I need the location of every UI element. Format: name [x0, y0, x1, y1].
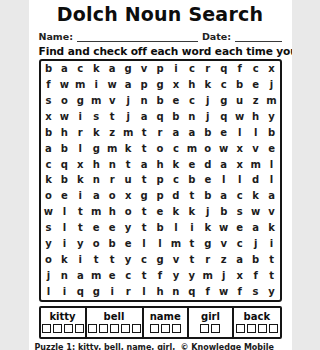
grid-cell-r13c5[interactable]: t — [104, 252, 120, 268]
grid-cell-r15c12[interactable]: w — [216, 284, 232, 300]
grid-cell-r5c10[interactable]: a — [184, 125, 200, 141]
grid-cell-r2c13[interactable]: b — [232, 77, 248, 93]
grid-cell-r14c10[interactable]: y — [184, 268, 200, 284]
checkbox-kitty-3[interactable] — [64, 324, 73, 333]
grid-cell-r12c12[interactable]: v — [216, 236, 232, 252]
word-label-kitty: kitty — [49, 312, 75, 322]
grid-cell-r14c2[interactable]: n — [56, 268, 72, 284]
checkbox-bell-4[interactable] — [121, 324, 130, 333]
grid-cell-r10c8[interactable]: e — [152, 204, 168, 220]
grid-cell-r12c4[interactable]: o — [88, 236, 104, 252]
grid-cell-r14c14[interactable]: f — [248, 268, 264, 284]
grid-cell-r14c7[interactable]: t — [136, 268, 152, 284]
grid-cell-r5c9[interactable]: a — [168, 125, 184, 141]
grid-cell-r1c7[interactable]: v — [136, 61, 152, 77]
grid-cell-r15c14[interactable]: s — [248, 284, 264, 300]
grid-cell-r9c11[interactable]: b — [200, 188, 216, 204]
grid-cell-r3c6[interactable]: j — [120, 93, 136, 109]
grid-cell-r6c14[interactable]: v — [248, 141, 264, 157]
grid-cell-r13c8[interactable]: g — [152, 252, 168, 268]
grid-cell-r2c4[interactable]: i — [88, 77, 104, 93]
grid-cell-r10c12[interactable]: b — [216, 204, 232, 220]
grid-cell-r9c6[interactable]: x — [120, 188, 136, 204]
grid-cell-r12c14[interactable]: j — [248, 236, 264, 252]
checkbox-girl-1[interactable] — [200, 324, 209, 333]
checkbox-bell-2[interactable] — [99, 324, 108, 333]
grid-cell-r9c12[interactable]: a — [216, 188, 232, 204]
grid-cell-r5c1[interactable]: b — [41, 125, 57, 141]
grid-cell-r12c2[interactable]: i — [56, 236, 72, 252]
grid-cell-r7c7[interactable]: a — [136, 157, 152, 173]
grid-cell-r9c1[interactable]: o — [41, 188, 57, 204]
grid-cell-r3c15[interactable]: m — [264, 93, 280, 109]
grid-cell-r13c4[interactable]: t — [88, 252, 104, 268]
grid-cell-r5c11[interactable]: b — [200, 125, 216, 141]
grid-cell-r2c3[interactable]: m — [72, 77, 88, 93]
grid-cell-r8c6[interactable]: u — [120, 173, 136, 189]
word-label-bell: bell — [104, 312, 125, 322]
grid-cell-r10c13[interactable]: s — [232, 204, 248, 220]
grid-cell-r7c2[interactable]: q — [56, 157, 72, 173]
grid-cell-r12c8[interactable]: l — [152, 236, 168, 252]
grid-cell-r11c13[interactable]: e — [232, 220, 248, 236]
grid-cell-r1c14[interactable]: c — [248, 61, 264, 77]
grid-cell-r5c2[interactable]: h — [56, 125, 72, 141]
grid-cell-r10c1[interactable]: w — [41, 204, 57, 220]
grid-cell-r5c4[interactable]: k — [88, 125, 104, 141]
grid-cell-r2c6[interactable]: a — [120, 77, 136, 93]
grid-cell-r5c7[interactable]: t — [136, 125, 152, 141]
grid-cell-r14c3[interactable]: a — [72, 268, 88, 284]
word-label-name: name — [150, 312, 181, 322]
grid-cell-r5c14[interactable]: l — [248, 125, 264, 141]
grid-cell-r6c3[interactable]: l — [72, 141, 88, 157]
grid-cell-r14c15[interactable]: t — [264, 268, 280, 284]
checkbox-girl-2[interactable] — [211, 324, 220, 333]
name-field[interactable] — [77, 32, 198, 42]
grid-cell-r15c3[interactable]: q — [72, 284, 88, 300]
grid-cell-r4c5[interactable]: t — [104, 109, 120, 125]
grid-cell-r5c3[interactable]: r — [72, 125, 88, 141]
grid-cell-r9c3[interactable]: i — [72, 188, 88, 204]
grid-cell-r2c9[interactable]: x — [168, 77, 184, 93]
grid-cell-r11c11[interactable]: k — [200, 220, 216, 236]
word-item-back: back — [234, 308, 279, 337]
grid-cell-r7c3[interactable]: x — [72, 157, 88, 173]
checkbox-name-2[interactable] — [161, 324, 170, 333]
grid-cell-r1c1[interactable]: b — [41, 61, 57, 77]
name-label: Name: — [39, 31, 74, 42]
grid-cell-r6c15[interactable]: e — [264, 141, 280, 157]
grid-cell-r8c13[interactable]: l — [232, 173, 248, 189]
grid-cell-r14c5[interactable]: e — [104, 268, 120, 284]
grid-cell-r15c11[interactable]: f — [200, 284, 216, 300]
grid-cell-r13c9[interactable]: v — [168, 252, 184, 268]
grid-cell-r4c12[interactable]: q — [216, 109, 232, 125]
checkbox-bell-5[interactable] — [132, 324, 141, 333]
grid-cell-r15c1[interactable]: l — [41, 284, 57, 300]
checkbox-name-1[interactable] — [150, 324, 159, 333]
letter-grid: backagvpicrqfcxfwmiwapgxhkcbejsogmvjnbec… — [41, 61, 280, 300]
grid-cell-r9c15[interactable]: a — [264, 188, 280, 204]
grid-cell-r5c15[interactable]: b — [264, 125, 280, 141]
grid-cell-r8c1[interactable]: k — [41, 173, 57, 189]
grid-cell-r3c12[interactable]: g — [216, 93, 232, 109]
grid-cell-r11c8[interactable]: b — [152, 220, 168, 236]
grid-cell-r8c14[interactable]: d — [248, 173, 264, 189]
grid-cell-r2c12[interactable]: c — [216, 77, 232, 93]
grid-cell-r9c14[interactable]: k — [248, 188, 264, 204]
checkbox-kitty-2[interactable] — [53, 324, 62, 333]
grid-cell-r8c7[interactable]: t — [136, 173, 152, 189]
grid-cell-r6c10[interactable]: m — [184, 141, 200, 157]
worksheet-page: Dolch Noun Search Name: Date: Find and c… — [29, 0, 292, 350]
grid-cell-r10c4[interactable]: m — [88, 204, 104, 220]
grid-cell-r7c15[interactable]: l — [264, 157, 280, 173]
grid-cell-r11c3[interactable]: t — [72, 220, 88, 236]
grid-cell-r1c3[interactable]: c — [72, 61, 88, 77]
checkbox-back-2[interactable] — [247, 324, 256, 333]
grid-cell-r3c8[interactable]: b — [152, 93, 168, 109]
grid-cell-r6c5[interactable]: m — [104, 141, 120, 157]
grid-cell-r12c9[interactable]: m — [168, 236, 184, 252]
grid-cell-r12c3[interactable]: y — [72, 236, 88, 252]
grid-cell-r10c9[interactable]: k — [168, 204, 184, 220]
grid-cell-r2c11[interactable]: k — [200, 77, 216, 93]
grid-cell-r4c4[interactable]: s — [88, 109, 104, 125]
grid-cell-r10c6[interactable]: o — [120, 204, 136, 220]
grid-cell-r11c1[interactable]: s — [41, 220, 57, 236]
word-item-bell: bell — [87, 308, 144, 337]
grid-cell-r1c2[interactable]: a — [56, 61, 72, 77]
grid-cell-r14c8[interactable]: f — [152, 268, 168, 284]
grid-cell-r11c7[interactable]: t — [136, 220, 152, 236]
grid-cell-r8c3[interactable]: k — [72, 173, 88, 189]
grid-cell-r13c10[interactable]: t — [184, 252, 200, 268]
word-item-girl: girl — [189, 308, 234, 337]
grid-cell-r15c2[interactable]: i — [56, 284, 72, 300]
checkbox-kitty-4[interactable] — [75, 324, 84, 333]
word-item-kitty: kitty — [41, 308, 87, 337]
grid-cell-r6c13[interactable]: x — [232, 141, 248, 157]
grid-cell-r2c14[interactable]: e — [248, 77, 264, 93]
grid-cell-r4c3[interactable]: i — [72, 109, 88, 125]
grid-cell-r9c7[interactable]: g — [136, 188, 152, 204]
checkbox-back-3[interactable] — [258, 324, 267, 333]
grid-cell-r8c2[interactable]: b — [56, 173, 72, 189]
grid-cell-r13c1[interactable]: o — [41, 252, 57, 268]
grid-cell-r4c15[interactable]: y — [264, 109, 280, 125]
grid-cell-r3c14[interactable]: z — [248, 93, 264, 109]
grid-cell-r15c5[interactable]: i — [104, 284, 120, 300]
grid-cell-r9c13[interactable]: c — [232, 188, 248, 204]
grid-cell-r11c9[interactable]: l — [168, 220, 184, 236]
date-field[interactable] — [235, 32, 282, 42]
grid-cell-r4c1[interactable]: x — [41, 109, 57, 125]
grid-cell-r14c13[interactable]: x — [232, 268, 248, 284]
grid-cell-r13c6[interactable]: y — [120, 252, 136, 268]
word-list: kittybellnamegirlback — [39, 306, 282, 339]
grid-cell-r8c4[interactable]: n — [88, 173, 104, 189]
grid-cell-r1c9[interactable]: i — [168, 61, 184, 77]
grid-cell-r1c5[interactable]: a — [104, 61, 120, 77]
puzzle-info: Puzzle 1: kitty, bell, name, girl, back — [35, 343, 181, 350]
grid-cell-r14c4[interactable]: m — [88, 268, 104, 284]
grid-cell-r12c1[interactable]: y — [41, 236, 57, 252]
grid-cell-r4c13[interactable]: w — [232, 109, 248, 125]
grid-cell-r9c10[interactable]: t — [184, 188, 200, 204]
grid-cell-r14c11[interactable]: m — [200, 268, 216, 284]
checkbox-row-bell — [88, 324, 141, 333]
checkbox-back-4[interactable] — [269, 324, 278, 333]
grid-cell-r7c9[interactable]: k — [168, 157, 184, 173]
grid-cell-r8c5[interactable]: r — [104, 173, 120, 189]
grid-cell-r1c15[interactable]: x — [264, 61, 280, 77]
grid-cell-r3c3[interactable]: g — [72, 93, 88, 109]
grid-cell-r7c11[interactable]: d — [200, 157, 216, 173]
grid-cell-r11c10[interactable]: i — [184, 220, 200, 236]
page-title: Dolch Noun Search — [29, 0, 292, 26]
grid-cell-r2c5[interactable]: w — [104, 77, 120, 93]
grid-cell-r6c2[interactable]: b — [56, 141, 72, 157]
grid-cell-r10c5[interactable]: h — [104, 204, 120, 220]
grid-cell-r8c11[interactable]: e — [200, 173, 216, 189]
grid-cell-r9c8[interactable]: p — [152, 188, 168, 204]
grid-cell-r9c9[interactable]: d — [168, 188, 184, 204]
grid-cell-r12c6[interactable]: e — [120, 236, 136, 252]
grid-cell-r4c9[interactable]: b — [168, 109, 184, 125]
grid-cell-r3c13[interactable]: u — [232, 93, 248, 109]
grid-cell-r11c4[interactable]: e — [88, 220, 104, 236]
checkbox-bell-1[interactable] — [88, 324, 97, 333]
grid-cell-r1c6[interactable]: g — [120, 61, 136, 77]
grid-cell-r1c12[interactable]: q — [216, 61, 232, 77]
grid-cell-r4c14[interactable]: h — [248, 109, 264, 125]
grid-cell-r9c2[interactable]: e — [56, 188, 72, 204]
grid-cell-r13c14[interactable]: b — [248, 252, 264, 268]
grid-cell-r7c14[interactable]: m — [248, 157, 264, 173]
grid-cell-r2c15[interactable]: j — [264, 77, 280, 93]
grid-cell-r8c10[interactable]: b — [184, 173, 200, 189]
grid-cell-r14c12[interactable]: j — [216, 268, 232, 284]
grid-cell-r10c10[interactable]: k — [184, 204, 200, 220]
grid-cell-r15c8[interactable]: h — [152, 284, 168, 300]
grid-cell-r15c7[interactable]: l — [136, 284, 152, 300]
grid-cell-r3c2[interactable]: o — [56, 93, 72, 109]
grid-cell-r10c2[interactable]: l — [56, 204, 72, 220]
grid-cell-r7c6[interactable]: t — [120, 157, 136, 173]
grid-cell-r11c2[interactable]: l — [56, 220, 72, 236]
grid-cell-r11c15[interactable]: k — [264, 220, 280, 236]
grid-cell-r2c1[interactable]: f — [41, 77, 57, 93]
grid-cell-r1c11[interactable]: r — [200, 61, 216, 77]
grid-cell-r12c5[interactable]: b — [104, 236, 120, 252]
grid-cell-r5c12[interactable]: e — [216, 125, 232, 141]
date-label: Date: — [202, 31, 231, 42]
grid-cell-r4c6[interactable]: j — [120, 109, 136, 125]
grid-cell-r1c10[interactable]: c — [184, 61, 200, 77]
name-date-row: Name: Date: — [39, 29, 282, 42]
grid-cell-r12c13[interactable]: c — [232, 236, 248, 252]
grid-cell-r5c8[interactable]: r — [152, 125, 168, 141]
grid-cell-r3c10[interactable]: c — [184, 93, 200, 109]
grid-cell-r3c11[interactable]: j — [200, 93, 216, 109]
checkbox-bell-3[interactable] — [110, 324, 119, 333]
grid-cell-r8c9[interactable]: c — [168, 173, 184, 189]
grid-cell-r11c5[interactable]: e — [104, 220, 120, 236]
grid-cell-r6c1[interactable]: a — [41, 141, 57, 157]
grid-cell-r7c5[interactable]: n — [104, 157, 120, 173]
grid-cell-r11c14[interactable]: a — [248, 220, 264, 236]
grid-cell-r10c15[interactable]: v — [264, 204, 280, 220]
grid-cell-r12c7[interactable]: l — [136, 236, 152, 252]
footer: Puzzle 1: kitty, bell, name, girl, back … — [35, 343, 286, 350]
checkbox-kitty-1[interactable] — [42, 324, 51, 333]
grid-cell-r7c13[interactable]: x — [232, 157, 248, 173]
grid-cell-r5c6[interactable]: m — [120, 125, 136, 141]
grid-cell-r10c3[interactable]: t — [72, 204, 88, 220]
grid-cell-r6c11[interactable]: o — [200, 141, 216, 157]
grid-cell-r15c10[interactable]: q — [184, 284, 200, 300]
grid-cell-r12c10[interactable]: t — [184, 236, 200, 252]
grid-cell-r10c14[interactable]: w — [248, 204, 264, 220]
grid-cell-r13c3[interactable]: i — [72, 252, 88, 268]
grid-cell-r4c8[interactable]: q — [152, 109, 168, 125]
checkbox-row-girl — [200, 324, 220, 333]
grid-cell-r13c2[interactable]: k — [56, 252, 72, 268]
grid-cell-r5c13[interactable]: l — [232, 125, 248, 141]
checkbox-back-1[interactable] — [236, 324, 245, 333]
grid-cell-r4c10[interactable]: n — [184, 109, 200, 125]
grid-cell-r12c15[interactable]: i — [264, 236, 280, 252]
grid-cell-r14c9[interactable]: y — [168, 268, 184, 284]
grid-cell-r13c15[interactable]: t — [264, 252, 280, 268]
grid-cell-r7c1[interactable]: c — [41, 157, 57, 173]
grid-cell-r2c8[interactable]: g — [152, 77, 168, 93]
grid-cell-r2c10[interactable]: h — [184, 77, 200, 93]
grid-cell-r13c11[interactable]: r — [200, 252, 216, 268]
grid-cell-r3c9[interactable]: e — [168, 93, 184, 109]
grid-cell-r13c7[interactable]: c — [136, 252, 152, 268]
word-item-name: name — [144, 308, 189, 337]
grid-cell-r15c6[interactable]: r — [120, 284, 136, 300]
grid-cell-r12c11[interactable]: g — [200, 236, 216, 252]
grid-cell-r2c2[interactable]: w — [56, 77, 72, 93]
grid-cell-r6c12[interactable]: w — [216, 141, 232, 157]
grid-cell-r7c12[interactable]: a — [216, 157, 232, 173]
copyright: © Knowledge Mobile 2015 — [180, 343, 285, 350]
grid-cell-r9c5[interactable]: o — [104, 188, 120, 204]
grid-cell-r4c11[interactable]: j — [200, 109, 216, 125]
grid-cell-r2c7[interactable]: p — [136, 77, 152, 93]
grid-cell-r4c7[interactable]: a — [136, 109, 152, 125]
grid-cell-r3c1[interactable]: s — [41, 93, 57, 109]
grid-cell-r8c12[interactable]: l — [216, 173, 232, 189]
grid-cell-r8c8[interactable]: p — [152, 173, 168, 189]
grid-cell-r11c6[interactable]: y — [120, 220, 136, 236]
checkbox-row-back — [236, 324, 278, 333]
grid-cell-r15c15[interactable]: y — [264, 284, 280, 300]
word-label-girl: girl — [201, 312, 220, 322]
word-label-back: back — [244, 312, 270, 322]
checkbox-row-name — [150, 324, 181, 333]
grid-cell-r3c5[interactable]: v — [104, 93, 120, 109]
instruction-text: Find and check off each word each time y… — [39, 45, 282, 57]
grid-cell-r15c4[interactable]: g — [88, 284, 104, 300]
grid-cell-r8c15[interactable]: l — [264, 173, 280, 189]
grid-cell-r6c7[interactable]: t — [136, 141, 152, 157]
grid-cell-r9c4[interactable]: a — [88, 188, 104, 204]
grid-cell-r11c12[interactable]: w — [216, 220, 232, 236]
grid-cell-r1c13[interactable]: f — [232, 61, 248, 77]
grid-cell-r3c4[interactable]: m — [88, 93, 104, 109]
grid-cell-r7c10[interactable]: e — [184, 157, 200, 173]
grid-cell-r14c6[interactable]: c — [120, 268, 136, 284]
checkbox-row-kitty — [42, 324, 84, 333]
grid-cell-r7c4[interactable]: h — [88, 157, 104, 173]
grid-cell-r1c4[interactable]: k — [88, 61, 104, 77]
grid-cell-r7c8[interactable]: h — [152, 157, 168, 173]
grid-cell-r10c7[interactable]: t — [136, 204, 152, 220]
grid-cell-r13c13[interactable]: a — [232, 252, 248, 268]
grid-cell-r1c8[interactable]: p — [152, 61, 168, 77]
grid-cell-r3c7[interactable]: n — [136, 93, 152, 109]
grid-cell-r4c2[interactable]: w — [56, 109, 72, 125]
grid-cell-r6c6[interactable]: k — [120, 141, 136, 157]
grid-cell-r15c13[interactable]: f — [232, 284, 248, 300]
grid-cell-r5c5[interactable]: z — [104, 125, 120, 141]
grid-cell-r10c11[interactable]: j — [200, 204, 216, 220]
grid-cell-r6c9[interactable]: c — [168, 141, 184, 157]
grid-frame: backagvpicrqfcxfwmiwapgxhkcbejsogmvjnbec… — [39, 59, 282, 302]
grid-cell-r6c8[interactable]: o — [152, 141, 168, 157]
grid-cell-r15c9[interactable]: n — [168, 284, 184, 300]
checkbox-name-3[interactable] — [172, 324, 181, 333]
grid-cell-r13c12[interactable]: z — [216, 252, 232, 268]
grid-cell-r14c1[interactable]: j — [41, 268, 57, 284]
grid-cell-r6c4[interactable]: g — [88, 141, 104, 157]
